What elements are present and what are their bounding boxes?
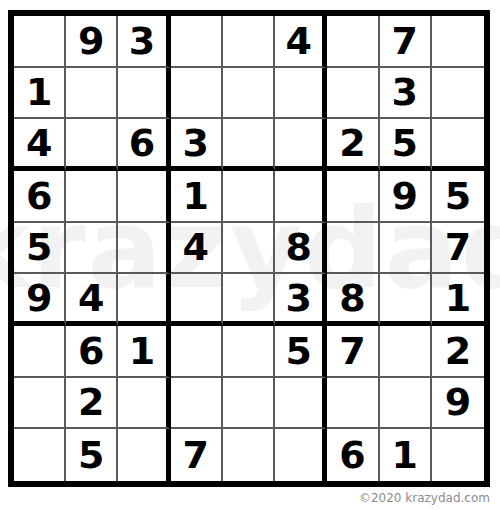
cell-r1c7[interactable] (327, 16, 379, 68)
cell-r9c3[interactable] (118, 429, 170, 481)
cell-r4c3[interactable] (118, 171, 170, 223)
cell-r2c3[interactable] (118, 68, 170, 120)
cell-r8c5[interactable] (223, 378, 275, 430)
cell-r2c9[interactable] (432, 68, 484, 120)
cell-r7c5[interactable] (223, 326, 275, 378)
cell-r3c7[interactable]: 2 (327, 119, 379, 171)
cell-r3c8[interactable]: 5 (380, 119, 432, 171)
cell-r6c1[interactable]: 9 (14, 274, 66, 326)
cell-r4c1[interactable]: 6 (14, 171, 66, 223)
cell-r5c5[interactable] (223, 223, 275, 275)
cell-r9c9[interactable] (432, 429, 484, 481)
cell-r6c6[interactable]: 3 (275, 274, 327, 326)
cell-r7c2[interactable]: 6 (66, 326, 118, 378)
cell-r7c4[interactable] (171, 326, 223, 378)
cell-r6c4[interactable] (171, 274, 223, 326)
copyright-text: ©2020 krazydad.com (359, 491, 490, 505)
cell-r6c9[interactable]: 1 (432, 274, 484, 326)
cell-r4c5[interactable] (223, 171, 275, 223)
cell-r1c3[interactable]: 3 (118, 16, 170, 68)
cell-r1c8[interactable]: 7 (380, 16, 432, 68)
cell-r9c7[interactable]: 6 (327, 429, 379, 481)
cell-r5c1[interactable]: 5 (14, 223, 66, 275)
cell-r5c7[interactable] (327, 223, 379, 275)
cell-r5c2[interactable] (66, 223, 118, 275)
cell-r7c7[interactable]: 7 (327, 326, 379, 378)
cell-r5c4[interactable]: 4 (171, 223, 223, 275)
cell-r4c6[interactable] (275, 171, 327, 223)
cell-r8c8[interactable] (380, 378, 432, 430)
cell-r2c2[interactable] (66, 68, 118, 120)
cell-r2c6[interactable] (275, 68, 327, 120)
cell-r9c4[interactable]: 7 (171, 429, 223, 481)
cell-r2c5[interactable] (223, 68, 275, 120)
cell-r8c4[interactable] (171, 378, 223, 430)
cell-r1c2[interactable]: 9 (66, 16, 118, 68)
cell-r9c6[interactable] (275, 429, 327, 481)
cell-r7c1[interactable] (14, 326, 66, 378)
cell-r3c3[interactable]: 6 (118, 119, 170, 171)
cell-r1c1[interactable] (14, 16, 66, 68)
cell-r3c9[interactable] (432, 119, 484, 171)
cell-r7c3[interactable]: 1 (118, 326, 170, 378)
cell-r5c6[interactable]: 8 (275, 223, 327, 275)
cell-r9c5[interactable] (223, 429, 275, 481)
cell-r3c4[interactable]: 3 (171, 119, 223, 171)
cell-r4c8[interactable]: 9 (380, 171, 432, 223)
cell-r9c1[interactable] (14, 429, 66, 481)
cell-r8c7[interactable] (327, 378, 379, 430)
cell-r2c8[interactable]: 3 (380, 68, 432, 120)
cell-r8c1[interactable] (14, 378, 66, 430)
cell-r1c5[interactable] (223, 16, 275, 68)
cell-r1c9[interactable] (432, 16, 484, 68)
cell-r2c1[interactable]: 1 (14, 68, 66, 120)
cell-r9c8[interactable]: 1 (380, 429, 432, 481)
cell-r2c4[interactable] (171, 68, 223, 120)
cell-r6c5[interactable] (223, 274, 275, 326)
cell-r4c7[interactable] (327, 171, 379, 223)
cell-r4c9[interactable]: 5 (432, 171, 484, 223)
cell-r4c4[interactable]: 1 (171, 171, 223, 223)
cell-r9c2[interactable]: 5 (66, 429, 118, 481)
cell-r7c8[interactable] (380, 326, 432, 378)
cell-r5c8[interactable] (380, 223, 432, 275)
cell-r7c9[interactable]: 2 (432, 326, 484, 378)
cell-r2c7[interactable] (327, 68, 379, 120)
cell-r3c5[interactable] (223, 119, 275, 171)
cell-r1c6[interactable]: 4 (275, 16, 327, 68)
cell-r8c9[interactable]: 9 (432, 378, 484, 430)
sudoku-grid: 93471346325619554879438161572295761 (14, 16, 484, 481)
cell-r4c2[interactable] (66, 171, 118, 223)
cell-r8c2[interactable]: 2 (66, 378, 118, 430)
cell-r7c6[interactable]: 5 (275, 326, 327, 378)
cell-r3c1[interactable]: 4 (14, 119, 66, 171)
cell-r5c3[interactable] (118, 223, 170, 275)
cell-r6c7[interactable]: 8 (327, 274, 379, 326)
sudoku-board: krazydad 9347134632561955487943816157229… (8, 10, 490, 487)
cell-r1c4[interactable] (171, 16, 223, 68)
cell-r6c2[interactable]: 4 (66, 274, 118, 326)
cell-r6c8[interactable] (380, 274, 432, 326)
sudoku-page: krazydad 9347134632561955487943816157229… (0, 0, 500, 510)
cell-r8c3[interactable] (118, 378, 170, 430)
cell-r3c6[interactable] (275, 119, 327, 171)
cell-r3c2[interactable] (66, 119, 118, 171)
cell-r5c9[interactable]: 7 (432, 223, 484, 275)
cell-r8c6[interactable] (275, 378, 327, 430)
cell-r6c3[interactable] (118, 274, 170, 326)
